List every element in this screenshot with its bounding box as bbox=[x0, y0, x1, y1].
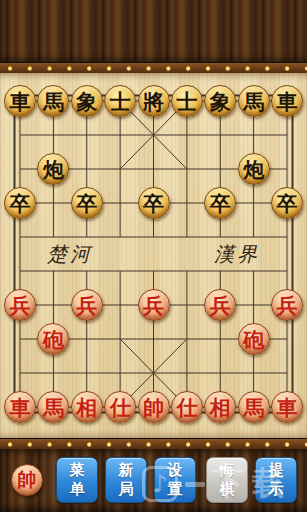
piece-red-soldier[interactable]: 兵 bbox=[204, 289, 236, 321]
piece-black-cannon[interactable]: 炮 bbox=[37, 153, 69, 185]
bottom-stud-strip bbox=[0, 438, 307, 449]
undo-button[interactable]: 悔 棋 bbox=[206, 457, 248, 503]
piece-black-horse[interactable]: 馬 bbox=[238, 85, 270, 117]
piece-red-soldier[interactable]: 兵 bbox=[271, 289, 303, 321]
bottom-bar: 帥 菜 单 新 局 设 置 悔 棋 提 示 bbox=[0, 449, 307, 512]
piece-black-general[interactable]: 將 bbox=[138, 85, 170, 117]
piece-red-general[interactable]: 帥 bbox=[138, 391, 170, 423]
piece-black-elephant[interactable]: 象 bbox=[204, 85, 236, 117]
piece-black-advisor[interactable]: 士 bbox=[104, 85, 136, 117]
top-stud-strip bbox=[0, 62, 307, 73]
piece-black-elephant[interactable]: 象 bbox=[71, 85, 103, 117]
piece-red-advisor[interactable]: 仕 bbox=[171, 391, 203, 423]
piece-layer: 車馬象士將士象馬車炮炮卒卒卒卒卒兵兵兵兵兵砲砲車馬相仕帥仕相馬車 bbox=[0, 73, 307, 438]
piece-red-horse[interactable]: 馬 bbox=[37, 391, 69, 423]
hint-button[interactable]: 提 示 bbox=[255, 457, 297, 503]
piece-red-soldier[interactable]: 兵 bbox=[4, 289, 36, 321]
menu-button[interactable]: 菜 单 bbox=[56, 457, 98, 503]
piece-black-soldier[interactable]: 卒 bbox=[271, 187, 303, 219]
piece-red-chariot[interactable]: 車 bbox=[4, 391, 36, 423]
piece-red-advisor[interactable]: 仕 bbox=[104, 391, 136, 423]
top-frame bbox=[0, 0, 307, 62]
xiangqi-board: 楚河 漢界 車馬象士將士象馬車炮炮卒卒卒卒卒兵兵兵兵兵砲砲車馬相仕帥仕相馬車 bbox=[0, 73, 307, 438]
piece-black-horse[interactable]: 馬 bbox=[37, 85, 69, 117]
piece-black-soldier[interactable]: 卒 bbox=[71, 187, 103, 219]
piece-red-soldier[interactable]: 兵 bbox=[71, 289, 103, 321]
piece-red-elephant[interactable]: 相 bbox=[204, 391, 236, 423]
piece-red-cannon[interactable]: 砲 bbox=[238, 323, 270, 355]
piece-black-advisor[interactable]: 士 bbox=[171, 85, 203, 117]
turn-indicator: 帥 bbox=[11, 464, 43, 496]
piece-red-horse[interactable]: 馬 bbox=[238, 391, 270, 423]
piece-black-soldier[interactable]: 卒 bbox=[4, 187, 36, 219]
piece-black-soldier[interactable]: 卒 bbox=[204, 187, 236, 219]
piece-black-cannon[interactable]: 炮 bbox=[238, 153, 270, 185]
piece-red-elephant[interactable]: 相 bbox=[71, 391, 103, 423]
settings-button[interactable]: 设 置 bbox=[154, 457, 196, 503]
piece-black-chariot[interactable]: 車 bbox=[271, 85, 303, 117]
piece-black-chariot[interactable]: 車 bbox=[4, 85, 36, 117]
app-window: 楚河 漢界 車馬象士將士象馬車炮炮卒卒卒卒卒兵兵兵兵兵砲砲車馬相仕帥仕相馬車 帥… bbox=[0, 0, 307, 512]
piece-red-chariot[interactable]: 車 bbox=[271, 391, 303, 423]
piece-black-soldier[interactable]: 卒 bbox=[138, 187, 170, 219]
new-game-button[interactable]: 新 局 bbox=[105, 457, 147, 503]
piece-red-soldier[interactable]: 兵 bbox=[138, 289, 170, 321]
piece-red-cannon[interactable]: 砲 bbox=[37, 323, 69, 355]
